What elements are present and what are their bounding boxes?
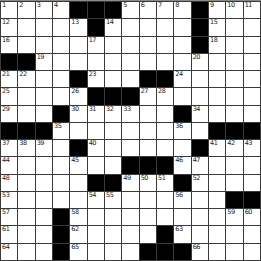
clue-number: 19 — [37, 54, 44, 61]
cell-r6c14[interactable] — [244, 106, 260, 122]
black-square — [174, 175, 190, 191]
clue-number: 8 — [175, 2, 179, 9]
cell-r11c4[interactable] — [70, 192, 86, 208]
cell-r5c11[interactable] — [192, 88, 208, 104]
cell-r6c7[interactable]: 33 — [122, 106, 138, 122]
clue-number: 35 — [54, 123, 61, 130]
cell-r13c12[interactable] — [209, 226, 225, 242]
clue-number: 32 — [106, 106, 113, 113]
cell-r11c3[interactable] — [53, 192, 69, 208]
black-square — [88, 19, 104, 35]
cell-r7c11[interactable] — [192, 123, 208, 139]
cell-r8c12[interactable]: 41 — [209, 140, 225, 156]
cell-r8c6[interactable] — [105, 140, 121, 156]
black-square — [226, 192, 242, 208]
clue-number: 47 — [193, 157, 200, 164]
cell-r5c10[interactable] — [174, 88, 190, 104]
cell-r10c13[interactable] — [226, 175, 242, 191]
cell-r11c1[interactable] — [18, 192, 34, 208]
cell-r8c5[interactable]: 40 — [88, 140, 104, 156]
cell-r8c13[interactable]: 42 — [226, 140, 242, 156]
black-square — [53, 226, 69, 242]
cell-r8c10[interactable] — [174, 140, 190, 156]
cell-r11c11[interactable] — [192, 192, 208, 208]
black-square — [174, 106, 190, 122]
cell-r5c1[interactable] — [18, 88, 34, 104]
cell-r0c8[interactable]: 6 — [140, 2, 156, 18]
clue-number: 34 — [193, 106, 200, 113]
cell-r5c4[interactable]: 26 — [70, 88, 86, 104]
cell-r2c6[interactable] — [105, 37, 121, 53]
cell-r1c4[interactable]: 13 — [70, 19, 86, 35]
cell-r12c7[interactable] — [122, 209, 138, 225]
black-square — [105, 2, 121, 18]
cell-r5c0[interactable]: 25 — [1, 88, 17, 104]
cell-r4c2[interactable] — [36, 71, 52, 87]
cell-r12c0[interactable]: 57 — [1, 209, 17, 225]
clue-number: 55 — [106, 192, 113, 199]
cell-r5c3[interactable] — [53, 88, 69, 104]
cell-r1c12[interactable]: 15 — [209, 19, 225, 35]
cell-r5c2[interactable] — [36, 88, 52, 104]
cell-r7c5[interactable] — [88, 123, 104, 139]
cell-r10c4[interactable] — [70, 175, 86, 191]
cell-r14c1[interactable] — [18, 244, 34, 260]
cell-r14c5[interactable] — [88, 244, 104, 260]
cell-r3c6[interactable] — [105, 54, 121, 70]
cell-r1c0[interactable]: 12 — [1, 19, 17, 35]
black-square — [88, 2, 104, 18]
clue-number: 21 — [2, 71, 9, 78]
cell-r8c0[interactable]: 37 — [1, 140, 17, 156]
cell-r4c10[interactable]: 24 — [174, 71, 190, 87]
black-square — [122, 88, 138, 104]
black-square — [53, 106, 69, 122]
clue-number: 15 — [210, 19, 217, 26]
clue-number: 56 — [175, 192, 182, 199]
cell-r13c5[interactable] — [88, 226, 104, 242]
clue-number: 31 — [89, 106, 96, 113]
cell-r13c8[interactable] — [140, 226, 156, 242]
cell-r12c2[interactable] — [36, 209, 52, 225]
black-square — [18, 54, 34, 70]
cell-r0c2[interactable]: 3 — [36, 2, 52, 18]
cell-r12c9[interactable] — [157, 209, 173, 225]
clue-number: 33 — [123, 106, 130, 113]
black-square — [226, 123, 242, 139]
cell-r1c7[interactable] — [122, 19, 138, 35]
clue-number: 27 — [141, 88, 148, 95]
black-square — [244, 192, 260, 208]
cell-r0c13[interactable]: 10 — [226, 2, 242, 18]
cell-r9c3[interactable] — [53, 157, 69, 173]
cell-r4c7[interactable] — [122, 71, 138, 87]
cell-r9c2[interactable] — [36, 157, 52, 173]
cell-r4c5[interactable]: 23 — [88, 71, 104, 87]
clue-number: 44 — [2, 157, 9, 164]
black-square — [174, 244, 190, 260]
clue-number: 43 — [245, 140, 252, 147]
clue-number: 37 — [2, 140, 9, 147]
cell-r0c14[interactable]: 11 — [244, 2, 260, 18]
cell-r6c4[interactable]: 30 — [70, 106, 86, 122]
clue-number: 26 — [71, 88, 78, 95]
black-square — [157, 71, 173, 87]
cell-r12c6[interactable] — [105, 209, 121, 225]
clue-number: 49 — [123, 175, 130, 182]
cell-r6c0[interactable]: 29 — [1, 106, 17, 122]
clue-number: 5 — [123, 2, 127, 9]
cell-r9c13[interactable] — [226, 157, 242, 173]
black-square — [140, 244, 156, 260]
black-square — [122, 157, 138, 173]
cell-r6c5[interactable]: 31 — [88, 106, 104, 122]
clue-number: 66 — [193, 244, 200, 251]
cell-r12c1[interactable] — [18, 209, 34, 225]
cell-r11c12[interactable] — [209, 192, 225, 208]
cell-r4c6[interactable] — [105, 71, 121, 87]
cell-r12c8[interactable] — [140, 209, 156, 225]
cell-r9c5[interactable] — [88, 157, 104, 173]
clue-number: 3 — [37, 2, 41, 9]
clue-number: 25 — [2, 88, 9, 95]
black-square — [105, 88, 121, 104]
cell-r5c8[interactable]: 27 — [140, 88, 156, 104]
cell-r2c7[interactable] — [122, 37, 138, 53]
cell-r13c11[interactable] — [192, 226, 208, 242]
clue-number: 12 — [2, 19, 9, 26]
cell-r10c12[interactable] — [209, 175, 225, 191]
cell-r3c14[interactable] — [244, 54, 260, 70]
cell-r2c0[interactable]: 16 — [1, 37, 17, 53]
clue-number: 45 — [71, 157, 78, 164]
cell-r7c4[interactable] — [70, 123, 86, 139]
clue-number: 51 — [158, 175, 165, 182]
cell-r12c14[interactable]: 60 — [244, 209, 260, 225]
clue-number: 39 — [37, 140, 44, 147]
cell-r14c6[interactable] — [105, 244, 121, 260]
clue-number: 60 — [245, 209, 252, 216]
clue-number: 24 — [175, 71, 182, 78]
cell-r11c2[interactable] — [36, 192, 52, 208]
cell-r3c11[interactable]: 20 — [192, 54, 208, 70]
clue-number: 14 — [106, 19, 113, 26]
cell-r0c0[interactable]: 1 — [1, 2, 17, 18]
cell-r2c12[interactable]: 18 — [209, 37, 225, 53]
cell-r8c8[interactable] — [140, 140, 156, 156]
black-square — [88, 88, 104, 104]
black-square — [70, 2, 86, 18]
black-square — [140, 71, 156, 87]
cell-r13c4[interactable]: 62 — [70, 226, 86, 242]
cell-r13c14[interactable] — [244, 226, 260, 242]
cell-r9c1[interactable] — [18, 157, 34, 173]
clue-number: 6 — [141, 2, 145, 9]
cell-r8c14[interactable]: 43 — [244, 140, 260, 156]
black-square — [53, 209, 69, 225]
cell-r13c13[interactable] — [226, 226, 242, 242]
cell-r12c12[interactable] — [209, 209, 225, 225]
cell-r10c2[interactable] — [36, 175, 52, 191]
cell-r5c12[interactable] — [209, 88, 225, 104]
cell-r10c8[interactable]: 50 — [140, 175, 156, 191]
cell-r4c14[interactable] — [244, 71, 260, 87]
cell-r2c13[interactable] — [226, 37, 242, 53]
cell-r13c7[interactable] — [122, 226, 138, 242]
clue-number: 38 — [19, 140, 26, 147]
cell-r7c8[interactable] — [140, 123, 156, 139]
cell-r1c1[interactable] — [18, 19, 34, 35]
cell-r4c13[interactable] — [226, 71, 242, 87]
cell-r14c2[interactable] — [36, 244, 52, 260]
clue-number: 52 — [193, 175, 200, 182]
cell-r14c0[interactable]: 64 — [1, 244, 17, 260]
cell-r7c6[interactable] — [105, 123, 121, 139]
clue-number: 63 — [175, 226, 182, 233]
clue-number: 54 — [89, 192, 96, 199]
cell-r2c5[interactable]: 17 — [88, 37, 104, 53]
black-square — [1, 123, 17, 139]
clue-number: 7 — [158, 2, 162, 9]
clue-number: 28 — [158, 88, 165, 95]
clue-number: 41 — [210, 140, 217, 147]
cell-r7c3[interactable]: 35 — [53, 123, 69, 139]
clue-number: 22 — [19, 71, 26, 78]
clue-number: 16 — [2, 37, 9, 44]
cell-r9c6[interactable] — [105, 157, 121, 173]
black-square — [1, 54, 17, 70]
cell-r12c10[interactable] — [174, 209, 190, 225]
cell-r2c14[interactable] — [244, 37, 260, 53]
crossword-grid: 1234567891011121314151617181920212223242… — [0, 0, 261, 261]
cell-r8c3[interactable] — [53, 140, 69, 156]
cell-r1c2[interactable] — [36, 19, 52, 35]
cell-r2c9[interactable] — [157, 37, 173, 53]
black-square — [192, 19, 208, 35]
cell-r12c4[interactable]: 58 — [70, 209, 86, 225]
black-square — [36, 123, 52, 139]
cell-r13c6[interactable] — [105, 226, 121, 242]
cell-r6c1[interactable] — [18, 106, 34, 122]
cell-r11c0[interactable]: 53 — [1, 192, 17, 208]
cell-r14c12[interactable] — [209, 244, 225, 260]
black-square — [88, 175, 104, 191]
clue-number: 50 — [141, 175, 148, 182]
cell-r10c1[interactable] — [18, 175, 34, 191]
cell-r12c13[interactable]: 59 — [226, 209, 242, 225]
black-square — [157, 226, 173, 242]
clue-number: 30 — [71, 106, 78, 113]
cell-r9c10[interactable]: 46 — [174, 157, 190, 173]
cell-r8c9[interactable] — [157, 140, 173, 156]
cell-r9c4[interactable]: 45 — [70, 157, 86, 173]
cell-r14c4[interactable]: 65 — [70, 244, 86, 260]
cell-r7c10[interactable]: 36 — [174, 123, 190, 139]
cell-r2c8[interactable] — [140, 37, 156, 53]
black-square — [209, 123, 225, 139]
cell-r6c9[interactable] — [157, 106, 173, 122]
cell-r9c14[interactable] — [244, 157, 260, 173]
cell-r1c6[interactable]: 14 — [105, 19, 121, 35]
clue-number: 61 — [2, 226, 9, 233]
cell-r8c2[interactable]: 39 — [36, 140, 52, 156]
cell-r3c8[interactable] — [140, 54, 156, 70]
black-square — [105, 175, 121, 191]
cell-r4c0[interactable]: 21 — [1, 71, 17, 87]
cell-r3c3[interactable] — [53, 54, 69, 70]
clue-number: 53 — [2, 192, 9, 199]
cell-r3c9[interactable] — [157, 54, 173, 70]
cell-r3c7[interactable] — [122, 54, 138, 70]
cell-r0c9[interactable]: 7 — [157, 2, 173, 18]
cell-r0c1[interactable]: 2 — [18, 2, 34, 18]
cell-r12c5[interactable] — [88, 209, 104, 225]
cell-r9c12[interactable] — [209, 157, 225, 173]
cell-r1c14[interactable] — [244, 19, 260, 35]
clue-number: 13 — [71, 19, 78, 26]
clue-number: 17 — [89, 37, 96, 44]
cell-r7c7[interactable] — [122, 123, 138, 139]
clue-number: 29 — [2, 106, 9, 113]
cell-r10c9[interactable]: 51 — [157, 175, 173, 191]
black-square — [192, 2, 208, 18]
cell-r4c12[interactable] — [209, 71, 225, 87]
cell-r4c3[interactable] — [53, 71, 69, 87]
clue-number: 57 — [2, 209, 9, 216]
cell-r14c7[interactable] — [122, 244, 138, 260]
cell-r11c9[interactable] — [157, 192, 173, 208]
cell-r13c2[interactable] — [36, 226, 52, 242]
black-square — [53, 244, 69, 260]
cell-r1c10[interactable] — [174, 19, 190, 35]
cell-r14c13[interactable] — [226, 244, 242, 260]
cell-r2c4[interactable] — [70, 37, 86, 53]
cell-r0c3[interactable]: 4 — [53, 2, 69, 18]
clue-number: 48 — [2, 175, 9, 182]
clue-number: 36 — [175, 123, 182, 130]
clue-number: 11 — [245, 2, 252, 9]
cell-r6c8[interactable] — [140, 106, 156, 122]
clue-number: 10 — [227, 2, 234, 9]
cell-r6c6[interactable]: 32 — [105, 106, 121, 122]
cell-r0c10[interactable]: 8 — [174, 2, 190, 18]
cell-r10c3[interactable] — [53, 175, 69, 191]
cell-r10c7[interactable]: 49 — [122, 175, 138, 191]
cell-r2c10[interactable] — [174, 37, 190, 53]
clue-number: 4 — [54, 2, 58, 9]
clue-number: 65 — [71, 244, 78, 251]
cell-r13c0[interactable]: 61 — [1, 226, 17, 242]
cell-r4c11[interactable] — [192, 71, 208, 87]
clue-number: 59 — [227, 209, 234, 216]
black-square — [140, 157, 156, 173]
cell-r8c1[interactable]: 38 — [18, 140, 34, 156]
cell-r3c10[interactable] — [174, 54, 190, 70]
cell-r4c1[interactable]: 22 — [18, 71, 34, 87]
cell-r5c9[interactable]: 28 — [157, 88, 173, 104]
cell-r11c8[interactable] — [140, 192, 156, 208]
cell-r7c9[interactable] — [157, 123, 173, 139]
cell-r1c3[interactable] — [53, 19, 69, 35]
cell-r2c1[interactable] — [18, 37, 34, 53]
black-square — [18, 123, 34, 139]
cell-r10c0[interactable]: 48 — [1, 175, 17, 191]
cell-r11c5[interactable]: 54 — [88, 192, 104, 208]
cell-r0c12[interactable]: 9 — [209, 2, 225, 18]
cell-r12c11[interactable] — [192, 209, 208, 225]
cell-r11c6[interactable]: 55 — [105, 192, 121, 208]
cell-r9c11[interactable]: 47 — [192, 157, 208, 173]
clue-number: 18 — [210, 37, 217, 44]
black-square — [157, 157, 173, 173]
clue-number: 1 — [2, 2, 6, 9]
clue-number: 9 — [210, 2, 214, 9]
cell-r0c7[interactable]: 5 — [122, 2, 138, 18]
black-square — [192, 37, 208, 53]
cell-r3c12[interactable] — [209, 54, 225, 70]
cell-r1c13[interactable] — [226, 19, 242, 35]
cell-r13c1[interactable] — [18, 226, 34, 242]
cell-r9c0[interactable]: 44 — [1, 157, 17, 173]
cell-r6c11[interactable]: 34 — [192, 106, 208, 122]
cell-r14c11[interactable]: 66 — [192, 244, 208, 260]
cell-r6c2[interactable] — [36, 106, 52, 122]
cell-r6c13[interactable] — [226, 106, 242, 122]
cell-r3c2[interactable]: 19 — [36, 54, 52, 70]
clue-number: 2 — [19, 2, 23, 9]
black-square — [244, 123, 260, 139]
cell-r5c14[interactable] — [244, 88, 260, 104]
cell-r5c13[interactable] — [226, 88, 242, 104]
clue-number: 58 — [71, 209, 78, 216]
clue-number: 64 — [2, 244, 9, 251]
cell-r10c11[interactable]: 52 — [192, 175, 208, 191]
cell-r2c3[interactable] — [53, 37, 69, 53]
black-square — [192, 140, 208, 156]
clue-number: 42 — [227, 140, 234, 147]
cell-r2c2[interactable] — [36, 37, 52, 53]
cell-r6c12[interactable] — [209, 106, 225, 122]
cell-r11c10[interactable]: 56 — [174, 192, 190, 208]
black-square — [157, 244, 173, 260]
clue-number: 46 — [175, 157, 182, 164]
cell-r1c8[interactable] — [140, 19, 156, 35]
cell-r13c10[interactable]: 63 — [174, 226, 190, 242]
cell-r3c4[interactable] — [70, 54, 86, 70]
black-square — [70, 71, 86, 87]
clue-number: 20 — [193, 54, 200, 61]
clue-number: 62 — [71, 226, 78, 233]
clue-number: 40 — [89, 140, 96, 147]
clue-number: 23 — [89, 71, 96, 78]
cell-r11c7[interactable] — [122, 192, 138, 208]
cell-r8c7[interactable] — [122, 140, 138, 156]
cell-r1c9[interactable] — [157, 19, 173, 35]
black-square — [70, 140, 86, 156]
cell-r14c14[interactable] — [244, 244, 260, 260]
cell-r10c14[interactable] — [244, 175, 260, 191]
cell-r3c5[interactable] — [88, 54, 104, 70]
cell-r3c13[interactable] — [226, 54, 242, 70]
